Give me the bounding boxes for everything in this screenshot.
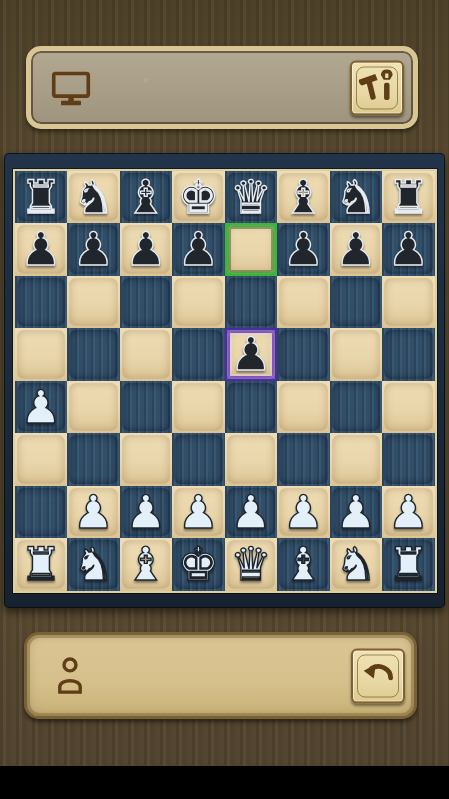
square-g4[interactable] [330, 381, 383, 434]
square-a4[interactable]: ♟ [15, 381, 68, 434]
square-h2[interactable]: ♟ [382, 486, 435, 539]
square-a1[interactable]: ♜ [15, 538, 68, 591]
square-g2[interactable]: ♟ [330, 486, 383, 539]
black-pawn: ♟ [120, 223, 173, 276]
square-d6[interactable] [172, 276, 225, 329]
square-c5[interactable] [120, 328, 173, 381]
square-a8[interactable]: ♜ [15, 171, 68, 224]
square-e2[interactable]: ♟ [225, 486, 278, 539]
square-d1[interactable]: ♚ [172, 538, 225, 591]
black-queen: ♛ [225, 171, 278, 224]
black-pawn: ♟ [330, 223, 383, 276]
square-c7[interactable]: ♟ [120, 223, 173, 276]
black-rook: ♜ [382, 171, 435, 224]
black-pawn: ♟ [67, 223, 120, 276]
square-h3[interactable] [382, 433, 435, 486]
black-bishop: ♝ [277, 171, 330, 224]
square-a3[interactable] [15, 433, 68, 486]
square-c4[interactable] [120, 381, 173, 434]
square-a7[interactable]: ♟ [15, 223, 68, 276]
black-pawn: ♟ [382, 223, 435, 276]
white-bishop: ♝ [277, 538, 330, 591]
white-pawn: ♟ [330, 486, 383, 539]
square-d5[interactable] [172, 328, 225, 381]
square-f7[interactable]: ♟ [277, 223, 330, 276]
square-f3[interactable] [277, 433, 330, 486]
square-b8[interactable]: ♞ [67, 171, 120, 224]
top-panel [26, 46, 418, 129]
white-pawn: ♟ [382, 486, 435, 539]
square-h5[interactable] [382, 328, 435, 381]
white-pawn: ♟ [225, 486, 278, 539]
white-rook: ♜ [15, 538, 68, 591]
square-c1[interactable]: ♝ [120, 538, 173, 591]
square-e3[interactable] [225, 433, 278, 486]
white-pawn: ♟ [120, 486, 173, 539]
square-g5[interactable] [330, 328, 383, 381]
black-rook: ♜ [15, 171, 68, 224]
square-b3[interactable] [67, 433, 120, 486]
white-knight: ♞ [67, 538, 120, 591]
square-c3[interactable] [120, 433, 173, 486]
black-pawn: ♟ [172, 223, 225, 276]
square-f1[interactable]: ♝ [277, 538, 330, 591]
square-b2[interactable]: ♟ [67, 486, 120, 539]
white-pawn: ♟ [172, 486, 225, 539]
black-knight: ♞ [330, 171, 383, 224]
monitor-icon [49, 68, 93, 108]
undo-button[interactable] [351, 648, 405, 703]
square-c6[interactable] [120, 276, 173, 329]
square-b5[interactable] [67, 328, 120, 381]
black-bishop: ♝ [120, 171, 173, 224]
black-knight: ♞ [67, 171, 120, 224]
undo-icon [359, 659, 397, 693]
white-pawn: ♟ [67, 486, 120, 539]
square-e1[interactable]: ♛ [225, 538, 278, 591]
white-rook: ♜ [382, 538, 435, 591]
board-frame-line: ♜♞♝♚♛♝♞♜♟♟♟♟♟♟♟♟♟♟♟♟♟♟♟♟♜♞♝♚♛♝♞♜ [13, 169, 437, 593]
black-king: ♚ [172, 171, 225, 224]
bottom-panel [24, 632, 417, 719]
square-f5[interactable] [277, 328, 330, 381]
square-e6[interactable] [225, 276, 278, 329]
square-g3[interactable] [330, 433, 383, 486]
app-screen: ♜♞♝♚♛♝♞♜♟♟♟♟♟♟♟♟♟♟♟♟♟♟♟♟♜♞♝♚♛♝♞♜ [0, 0, 449, 799]
square-a6[interactable] [15, 276, 68, 329]
white-bishop: ♝ [120, 538, 173, 591]
square-g1[interactable]: ♞ [330, 538, 383, 591]
white-king: ♚ [172, 538, 225, 591]
square-f6[interactable] [277, 276, 330, 329]
square-a5[interactable] [15, 328, 68, 381]
square-f8[interactable]: ♝ [277, 171, 330, 224]
square-d4[interactable] [172, 381, 225, 434]
square-h1[interactable]: ♜ [382, 538, 435, 591]
white-knight: ♞ [330, 538, 383, 591]
square-b4[interactable] [67, 381, 120, 434]
white-pawn: ♟ [15, 381, 68, 434]
chess-board: ♜♞♝♚♛♝♞♜♟♟♟♟♟♟♟♟♟♟♟♟♟♟♟♟♜♞♝♚♛♝♞♜ [4, 153, 445, 608]
square-e8[interactable]: ♛ [225, 171, 278, 224]
tools-icon [358, 70, 396, 106]
square-f2[interactable]: ♟ [277, 486, 330, 539]
square-g6[interactable] [330, 276, 383, 329]
square-f4[interactable] [277, 381, 330, 434]
square-d3[interactable] [172, 433, 225, 486]
player-icon [53, 656, 87, 696]
square-d8[interactable]: ♚ [172, 171, 225, 224]
black-pawn: ♟ [277, 223, 330, 276]
square-h4[interactable] [382, 381, 435, 434]
square-g8[interactable]: ♞ [330, 171, 383, 224]
square-c2[interactable]: ♟ [120, 486, 173, 539]
square-e5[interactable]: ♟ [225, 328, 278, 381]
square-d2[interactable]: ♟ [172, 486, 225, 539]
square-g7[interactable]: ♟ [330, 223, 383, 276]
square-h8[interactable]: ♜ [382, 171, 435, 224]
white-queen: ♛ [225, 538, 278, 591]
board-grid: ♜♞♝♚♛♝♞♜♟♟♟♟♟♟♟♟♟♟♟♟♟♟♟♟♜♞♝♚♛♝♞♜ [15, 171, 435, 591]
black-pawn: ♟ [225, 328, 278, 381]
square-c8[interactable]: ♝ [120, 171, 173, 224]
white-pawn: ♟ [277, 486, 330, 539]
square-b6[interactable] [67, 276, 120, 329]
square-e7[interactable] [225, 223, 278, 276]
square-d7[interactable]: ♟ [172, 223, 225, 276]
black-pawn: ♟ [15, 223, 68, 276]
square-b7[interactable]: ♟ [67, 223, 120, 276]
square-h6[interactable] [382, 276, 435, 329]
square-a2[interactable] [15, 486, 68, 539]
settings-button[interactable] [350, 60, 404, 115]
square-e4[interactable] [225, 381, 278, 434]
square-h7[interactable]: ♟ [382, 223, 435, 276]
square-b1[interactable]: ♞ [67, 538, 120, 591]
bottom-black-bar [0, 766, 449, 799]
